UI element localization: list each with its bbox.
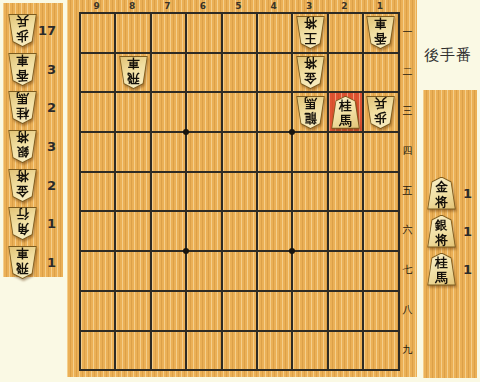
square-6-8[interactable] [187,292,220,330]
rank-label-3: 三 [398,91,417,131]
koma-kanji: 飛車 [119,57,148,86]
square-7-3[interactable] [152,93,185,131]
sente-hand-tray: 金将1銀将1桂馬1 [423,90,477,378]
file-label-9: 9 [79,0,114,12]
square-7-2[interactable] [152,54,185,92]
hand-row-knight: 桂馬2 [3,88,63,127]
board-grid: 王将香車飛車金将龍馬桂馬歩兵 [79,12,400,371]
piece-promoted-bishop[interactable]: 龍馬 [296,96,325,129]
square-7-6[interactable] [152,212,185,250]
piece-gold[interactable]: 金将 [8,169,37,202]
square-9-7[interactable] [81,252,114,290]
hand-count-knight: 1 [463,262,472,277]
square-5-7[interactable] [223,252,256,290]
board-panel: 987654321 王将香車飛車金将龍馬桂馬歩兵 一二三四五六七八九 [67,0,417,377]
hand-row-silver: 銀将3 [3,127,63,166]
square-6-4[interactable] [187,133,220,171]
file-label-7: 7 [150,0,185,12]
file-label-3: 3 [291,0,326,12]
square-2-2[interactable] [329,54,362,92]
hand-count-silver: 1 [463,224,472,239]
square-6-2[interactable] [187,54,220,92]
hand-count-pawn: 17 [38,23,56,38]
square-7-7[interactable] [152,252,185,290]
square-6-7[interactable] [187,252,220,290]
square-8-1[interactable] [116,14,149,52]
square-8-4[interactable] [116,133,149,171]
piece-knight[interactable]: 桂馬 [427,253,456,286]
square-8-3[interactable] [116,93,149,131]
koma-kanji: 桂馬 [427,256,456,285]
square-9-4[interactable] [81,133,114,171]
square-4-2[interactable] [258,54,291,92]
square-8-5[interactable] [116,173,149,211]
square-2-7[interactable] [329,252,362,290]
square-2-9[interactable] [329,332,362,370]
hand-row-silver: 銀将1 [423,212,477,250]
hand-row-gold: 金将2 [3,166,63,205]
hand-row-knight: 桂馬1 [423,250,477,288]
square-3-5[interactable] [293,173,326,211]
square-4-4[interactable] [258,133,291,171]
hand-count-lance: 3 [47,62,56,77]
square-2-1[interactable] [329,14,362,52]
koma-kanji: 歩兵 [8,15,37,44]
rank-label-6: 六 [398,210,417,250]
hand-count-gold: 1 [463,186,472,201]
square-2-5[interactable] [329,173,362,211]
rank-label-1: 一 [398,12,417,52]
rank-label-8: 八 [398,290,417,330]
rank-labels: 一二三四五六七八九 [398,12,417,369]
square-8-6[interactable] [116,212,149,250]
piece-pawn[interactable]: 歩兵 [8,14,37,47]
file-label-2: 2 [327,0,362,12]
square-9-1[interactable] [81,14,114,52]
koma-kanji: 香車 [366,17,395,46]
square-6-9[interactable] [187,332,220,370]
square-1-4[interactable] [364,133,397,171]
piece-lance[interactable]: 香車 [366,16,395,49]
square-4-1[interactable] [258,14,291,52]
square-4-8[interactable] [258,292,291,330]
koma-kanji: 王将 [296,17,325,46]
piece-pawn[interactable]: 歩兵 [366,96,395,129]
shogi-app: 歩兵17香車3桂馬2銀将3金将2角行1飛車1 987654321 王将香車飛車金… [0,0,480,382]
square-3-8[interactable] [293,292,326,330]
hand-count-knight: 2 [47,100,56,115]
hand-count-rook: 1 [47,255,56,270]
square-5-5[interactable] [223,173,256,211]
file-label-6: 6 [185,0,220,12]
square-9-3[interactable] [81,93,114,131]
square-6-6[interactable] [187,212,220,250]
koma-kanji: 銀将 [427,218,456,247]
square-2-8[interactable] [329,292,362,330]
hand-row-bishop: 角行1 [3,204,63,243]
piece-knight[interactable]: 桂馬 [8,91,37,124]
gote-hand-tray: 歩兵17香車3桂馬2銀将3金将2角行1飛車1 [3,3,63,277]
square-3-7[interactable] [293,252,326,290]
koma-kanji: 金将 [427,180,456,209]
square-9-2[interactable] [81,54,114,92]
piece-gold[interactable]: 金将 [296,56,325,89]
rank-label-4: 四 [398,131,417,171]
koma-kanji: 桂馬 [8,92,37,121]
turn-indicator: 後手番 [418,46,478,65]
square-1-6[interactable] [364,212,397,250]
file-label-5: 5 [221,0,256,12]
square-3-6[interactable] [293,212,326,250]
square-3-4[interactable] [293,133,326,171]
square-5-3[interactable] [223,93,256,131]
square-7-4[interactable] [152,133,185,171]
square-6-1[interactable] [187,14,220,52]
koma-kanji: 桂馬 [331,99,360,128]
koma-kanji: 歩兵 [366,97,395,126]
square-2-4[interactable] [329,133,362,171]
piece-silver[interactable]: 銀将 [8,130,37,163]
hand-count-bishop: 1 [47,216,56,231]
square-3-9[interactable] [293,332,326,370]
square-5-6[interactable] [223,212,256,250]
hand-count-gold: 2 [47,178,56,193]
square-5-2[interactable] [223,54,256,92]
piece-lance[interactable]: 香車 [8,53,37,86]
square-1-7[interactable] [364,252,397,290]
square-7-5[interactable] [152,173,185,211]
hand-row-lance: 香車3 [3,50,63,89]
piece-bishop[interactable]: 角行 [8,207,37,240]
square-6-5[interactable] [187,173,220,211]
square-9-6[interactable] [81,212,114,250]
rank-label-9: 九 [398,330,417,370]
square-8-8[interactable] [116,292,149,330]
piece-rook[interactable]: 飛車 [119,56,148,89]
square-4-3[interactable] [258,93,291,131]
square-4-5[interactable] [258,173,291,211]
square-2-6[interactable] [329,212,362,250]
koma-kanji: 角行 [8,208,37,237]
square-8-7[interactable] [116,252,149,290]
file-label-8: 8 [114,0,149,12]
square-5-1[interactable] [223,14,256,52]
piece-knight[interactable]: 桂馬 [331,96,360,129]
koma-kanji: 飛車 [8,247,37,276]
piece-king[interactable]: 王将 [296,16,325,49]
square-7-8[interactable] [152,292,185,330]
hand-row-rook: 飛車1 [3,243,63,282]
square-9-9[interactable] [81,332,114,370]
piece-rook[interactable]: 飛車 [8,246,37,279]
piece-gold[interactable]: 金将 [427,177,456,210]
file-label-1: 1 [362,0,397,12]
rank-label-2: 二 [398,52,417,92]
rank-label-7: 七 [398,250,417,290]
square-7-1[interactable] [152,14,185,52]
rank-label-5: 五 [398,171,417,211]
koma-kanji: 銀将 [8,131,37,160]
square-5-9[interactable] [223,332,256,370]
file-label-4: 4 [256,0,291,12]
square-5-8[interactable] [223,292,256,330]
square-5-4[interactable] [223,133,256,171]
koma-kanji: 龍馬 [296,97,325,126]
square-4-7[interactable] [258,252,291,290]
file-labels: 987654321 [79,0,398,12]
square-1-2[interactable] [364,54,397,92]
koma-kanji: 香車 [8,54,37,83]
square-1-9[interactable] [364,332,397,370]
koma-kanji: 金将 [8,170,37,199]
square-4-9[interactable] [258,332,291,370]
hand-row-gold: 金将1 [423,174,477,212]
square-4-6[interactable] [258,212,291,250]
hand-row-pawn: 歩兵17 [3,11,63,50]
hand-count-silver: 3 [47,139,56,154]
square-8-9[interactable] [116,332,149,370]
piece-silver[interactable]: 銀将 [427,215,456,248]
square-7-9[interactable] [152,332,185,370]
square-1-5[interactable] [364,173,397,211]
koma-kanji: 金将 [296,57,325,86]
square-6-3[interactable] [187,93,220,131]
square-9-5[interactable] [81,173,114,211]
square-1-8[interactable] [364,292,397,330]
square-9-8[interactable] [81,292,114,330]
